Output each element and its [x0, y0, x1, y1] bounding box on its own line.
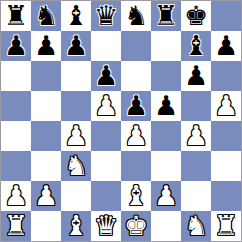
square-e4[interactable]: ♟	[121, 121, 151, 151]
square-e7[interactable]	[121, 31, 151, 61]
piece-black-pawn[interactable]: ♟	[214, 31, 238, 61]
square-e6[interactable]	[121, 61, 151, 91]
square-c7[interactable]: ♟	[61, 31, 91, 61]
square-e2[interactable]: ♝	[121, 181, 151, 211]
square-c8[interactable]: ♝	[61, 1, 91, 31]
piece-white-pawn[interactable]: ♟	[34, 181, 58, 211]
square-a1[interactable]: ♜	[1, 211, 31, 241]
square-f4[interactable]	[151, 121, 181, 151]
square-b6[interactable]	[31, 61, 61, 91]
piece-black-pawn[interactable]: ♟	[94, 61, 118, 91]
square-g3[interactable]	[181, 151, 211, 181]
piece-black-pawn[interactable]: ♟	[124, 91, 148, 121]
square-e3[interactable]	[121, 151, 151, 181]
square-d2[interactable]	[91, 181, 121, 211]
square-h4[interactable]	[211, 121, 241, 151]
square-d3[interactable]	[91, 151, 121, 181]
square-h8[interactable]	[211, 1, 241, 31]
square-a4[interactable]	[1, 121, 31, 151]
square-d8[interactable]: ♛	[91, 1, 121, 31]
square-h1[interactable]: ♜	[211, 211, 241, 241]
piece-white-bishop[interactable]: ♝	[124, 181, 148, 211]
piece-white-pawn[interactable]: ♟	[64, 121, 88, 151]
square-c1[interactable]: ♝	[61, 211, 91, 241]
piece-black-rook[interactable]: ♜	[4, 1, 28, 31]
square-e5[interactable]: ♟	[121, 91, 151, 121]
square-a2[interactable]: ♟	[1, 181, 31, 211]
piece-white-knight[interactable]: ♞	[184, 211, 208, 241]
square-c2[interactable]	[61, 181, 91, 211]
square-h2[interactable]	[211, 181, 241, 211]
piece-black-knight[interactable]: ♞	[34, 1, 58, 31]
piece-black-pawn[interactable]: ♟	[154, 91, 178, 121]
square-f3[interactable]	[151, 151, 181, 181]
piece-black-rook[interactable]: ♜	[154, 1, 178, 31]
square-b3[interactable]	[31, 151, 61, 181]
square-d5[interactable]: ♟	[91, 91, 121, 121]
square-g2[interactable]	[181, 181, 211, 211]
square-b4[interactable]	[31, 121, 61, 151]
square-f5[interactable]: ♟	[151, 91, 181, 121]
piece-black-bishop[interactable]: ♝	[184, 31, 208, 61]
square-a8[interactable]: ♜	[1, 1, 31, 31]
piece-black-bishop[interactable]: ♝	[64, 1, 88, 31]
square-g7[interactable]: ♝	[181, 31, 211, 61]
chess-board: ♜♞♝♛♞♜♚♟♟♟♝♟♟♟♟♟♟♟♟♟♟♞♟♟♝♟♜♝♛♚♞♜	[0, 0, 242, 242]
square-f7[interactable]	[151, 31, 181, 61]
square-e1[interactable]: ♚	[121, 211, 151, 241]
piece-white-pawn[interactable]: ♟	[154, 181, 178, 211]
square-b7[interactable]: ♟	[31, 31, 61, 61]
square-c4[interactable]: ♟	[61, 121, 91, 151]
piece-black-pawn[interactable]: ♟	[64, 31, 88, 61]
square-f1[interactable]	[151, 211, 181, 241]
square-e8[interactable]: ♞	[121, 1, 151, 31]
piece-white-rook[interactable]: ♜	[214, 211, 238, 241]
piece-white-pawn[interactable]: ♟	[4, 181, 28, 211]
square-c6[interactable]	[61, 61, 91, 91]
square-d4[interactable]	[91, 121, 121, 151]
square-b2[interactable]: ♟	[31, 181, 61, 211]
piece-white-pawn[interactable]: ♟	[94, 91, 118, 121]
square-a6[interactable]	[1, 61, 31, 91]
square-d6[interactable]: ♟	[91, 61, 121, 91]
square-b1[interactable]	[31, 211, 61, 241]
square-g6[interactable]: ♟	[181, 61, 211, 91]
square-f8[interactable]: ♜	[151, 1, 181, 31]
square-a3[interactable]	[1, 151, 31, 181]
piece-white-queen[interactable]: ♛	[94, 211, 118, 241]
piece-white-pawn[interactable]: ♟	[214, 91, 238, 121]
square-g5[interactable]	[181, 91, 211, 121]
piece-white-pawn[interactable]: ♟	[124, 121, 148, 151]
square-g4[interactable]: ♟	[181, 121, 211, 151]
square-c5[interactable]	[61, 91, 91, 121]
square-h7[interactable]: ♟	[211, 31, 241, 61]
square-h3[interactable]	[211, 151, 241, 181]
square-d7[interactable]	[91, 31, 121, 61]
square-h6[interactable]	[211, 61, 241, 91]
square-b8[interactable]: ♞	[31, 1, 61, 31]
square-c3[interactable]: ♞	[61, 151, 91, 181]
piece-black-king[interactable]: ♚	[184, 1, 208, 31]
piece-white-rook[interactable]: ♜	[4, 211, 28, 241]
square-d1[interactable]: ♛	[91, 211, 121, 241]
square-f2[interactable]: ♟	[151, 181, 181, 211]
piece-white-king[interactable]: ♚	[124, 211, 148, 241]
square-a5[interactable]	[1, 91, 31, 121]
square-b5[interactable]	[31, 91, 61, 121]
piece-black-pawn[interactable]: ♟	[34, 31, 58, 61]
square-h5[interactable]: ♟	[211, 91, 241, 121]
piece-white-bishop[interactable]: ♝	[64, 211, 88, 241]
square-g8[interactable]: ♚	[181, 1, 211, 31]
square-a7[interactable]: ♟	[1, 31, 31, 61]
piece-black-queen[interactable]: ♛	[94, 1, 118, 31]
piece-black-pawn[interactable]: ♟	[184, 61, 208, 91]
square-f6[interactable]	[151, 61, 181, 91]
piece-black-pawn[interactable]: ♟	[4, 31, 28, 61]
piece-white-knight[interactable]: ♞	[64, 151, 88, 181]
piece-white-pawn[interactable]: ♟	[184, 121, 208, 151]
square-g1[interactable]: ♞	[181, 211, 211, 241]
piece-black-knight[interactable]: ♞	[124, 1, 148, 31]
